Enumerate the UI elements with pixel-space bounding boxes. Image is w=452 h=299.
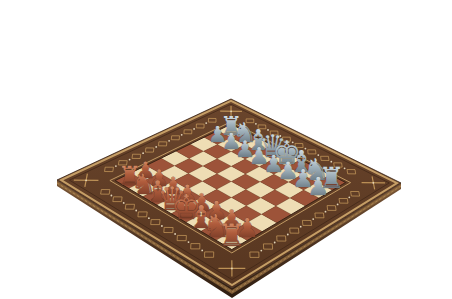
inlay-pearl-dot (372, 182, 374, 184)
piece-glyph: ♜ (218, 217, 246, 253)
piece-glyph: ♟ (307, 172, 330, 201)
inlay-pearl-dot (135, 210, 137, 212)
inlay-pearl-dot (231, 268, 233, 270)
piece-white-copper-rook: ♜ (218, 217, 246, 253)
inlay-pearl-dot (85, 179, 87, 181)
inlay-pearl-dot (168, 140, 170, 142)
inlay-pearl-dot (142, 152, 144, 154)
inlay-pearl-dot (181, 134, 183, 136)
inlay-pearl-dot (287, 234, 289, 236)
inlay-pearl-dot (148, 217, 150, 219)
inlay-pearl-dot (155, 146, 157, 148)
inlay-pearl-dot (123, 202, 125, 204)
inlay-pearl-dot (188, 241, 190, 243)
inlay-pearl-dot (111, 195, 113, 197)
inlay-pearl-dot (115, 165, 117, 167)
inlay-pearl-dot (201, 250, 203, 252)
inlay-pearl-dot (312, 218, 314, 220)
chess-board-scene: ♜♟♞♟♝♟♛♟♚♟♝♟♟♞♜♟♟♜♞♟♟♝♟♛♟♚♟♝♟♞♟♜ (0, 0, 452, 299)
inlay-pearl-dot (260, 250, 262, 252)
inlay-pearl-dot (193, 128, 195, 130)
chess-set-product-photo: ♜♟♞♟♝♟♛♟♚♟♝♟♟♞♜♟♟♜♞♟♟♝♟♛♟♚♟♝♟♞♟♜ (0, 0, 452, 299)
inlay-pearl-dot (325, 211, 327, 213)
inlay-pearl-dot (300, 226, 302, 228)
inlay-pearl-dot (337, 204, 339, 206)
inlay-pearl-dot (161, 225, 163, 227)
piece-black-silver-pawn: ♟ (307, 172, 330, 201)
inlay-pearl-dot (274, 242, 276, 244)
inlay-pearl-dot (348, 196, 350, 198)
inlay-pearl-dot (174, 233, 176, 235)
